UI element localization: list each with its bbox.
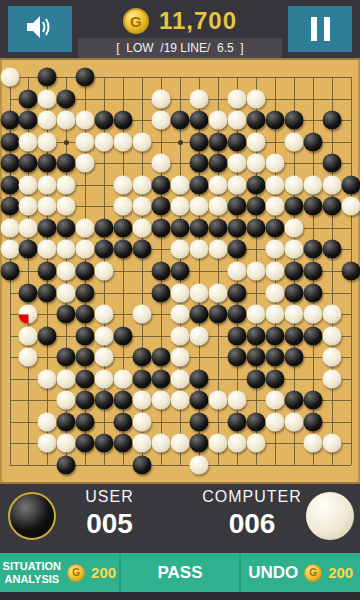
white-stone-r5c5 [76,154,95,173]
black-stone-r5c4 [57,154,76,173]
white-stone-r9c5 [76,240,95,259]
white-stone-r8c5 [76,218,95,237]
black-stone-r11c13 [227,283,246,302]
white-stone-r13c11 [190,326,209,345]
black-stone-r3c14 [246,111,265,130]
black-stone-r13c16 [284,326,303,345]
black-stone-r11c5 [76,283,95,302]
black-stone-r18c11 [190,434,209,453]
black-stone-r8c11 [190,218,209,237]
white-stone-r4c16 [284,132,303,151]
black-stone-r16c11 [190,391,209,410]
white-stone-r7c4 [57,197,76,216]
white-stone-r16c12 [208,391,227,410]
white-stone-r16c4 [57,391,76,410]
white-stone-r17c16 [284,412,303,431]
white-stone-r12c17 [303,305,322,324]
sound-button[interactable] [8,6,72,52]
black-stone-r18c7 [114,434,133,453]
black-stone-r3c7 [114,111,133,130]
black-stone-r8c6 [95,218,114,237]
white-stone-r5c15 [265,154,284,173]
white-stone-r15c10 [171,369,190,388]
speaker-icon [25,14,55,44]
black-stone-r15c14 [246,369,265,388]
white-stone-r2c3 [38,89,57,108]
grid-line [332,77,333,465]
white-stone-r6c12 [208,175,227,194]
white-stone-r7c10 [171,197,190,216]
white-stone-r2c14 [246,89,265,108]
coin-icon: G [123,8,149,34]
last-move-marker [19,314,29,324]
white-stone-r6c16 [284,175,303,194]
black-stone-r14c16 [284,348,303,367]
black-stone-r7c1 [0,197,19,216]
pause-button[interactable] [288,6,352,52]
white-stone-r2c13 [227,89,246,108]
white-stone-r6c10 [171,175,190,194]
white-stone-r16c15 [265,391,284,410]
white-stone-r8c2 [19,218,38,237]
black-stone-r3c11 [190,111,209,130]
white-stone-r12c16 [284,305,303,324]
black-stone-r5c1 [0,154,19,173]
computer-info: COMPUTER 006 [202,488,302,540]
white-stone-r18c14 [246,434,265,453]
black-stone-r11c16 [284,283,303,302]
pause-icon [311,17,330,41]
black-stone-r3c18 [322,111,341,130]
white-stone-r16c10 [171,391,190,410]
white-stone-r4c8 [133,132,152,151]
white-stone-r18c3 [38,434,57,453]
black-stone-r7c16 [284,197,303,216]
black-stone-r13c5 [76,326,95,345]
black-stone-r10c3 [38,261,57,280]
white-stone-r12c6 [95,305,114,324]
black-stone-r6c11 [190,175,209,194]
black-stone-r8c13 [227,218,246,237]
white-stone-r9c11 [190,240,209,259]
pass-button[interactable]: PASS [121,553,242,592]
white-stone-r15c3 [38,369,57,388]
white-stone-r7c3 [38,197,57,216]
white-stone-r14c6 [95,348,114,367]
white-stone-r9c16 [284,240,303,259]
black-stone-r10c17 [303,261,322,280]
black-stone-r7c9 [152,197,171,216]
white-stone-r3c4 [57,111,76,130]
white-stone-r10c6 [95,261,114,280]
white-stone-r6c4 [57,175,76,194]
white-stone-r7c8 [133,197,152,216]
situation-analysis-label: SITUATION ANALYSIS [3,560,61,585]
black-stone-r14c8 [133,348,152,367]
white-stone-r12c2 [19,305,38,324]
white-stone-r7c2 [19,197,38,216]
black-stone-r10c16 [284,261,303,280]
black-stone-r15c5 [76,369,95,388]
white-stone-r18c8 [133,434,152,453]
black-stone-r12c13 [227,305,246,324]
black-stone-r14c4 [57,348,76,367]
black-stone-r5c2 [19,154,38,173]
white-stone-r15c7 [114,369,133,388]
computer-score: 006 [229,508,276,540]
black-stone-r12c4 [57,305,76,324]
white-stone-r6c7 [114,175,133,194]
game-info-label: [ LOW /19 LINE/ 6.5 ] [78,38,282,58]
white-stone-r1c1 [0,68,19,87]
white-stone-r3c3 [38,111,57,130]
white-stone-r4c7 [114,132,133,151]
black-stone-r17c13 [227,412,246,431]
black-stone-r9c8 [133,240,152,259]
black-stone-r19c8 [133,455,152,474]
white-stone-r11c11 [190,283,209,302]
white-stone-r18c17 [303,434,322,453]
white-stone-r3c5 [76,111,95,130]
black-stone-r1c3 [38,68,57,87]
black-stone-r14c9 [152,348,171,367]
black-stone-r3c16 [284,111,303,130]
black-stone-r7c13 [227,197,246,216]
user-black-stone-icon [8,492,56,540]
white-stone-r6c15 [265,175,284,194]
black-stone-r11c17 [303,283,322,302]
computer-white-stone-icon [306,492,354,540]
black-stone-r10c5 [76,261,95,280]
white-stone-r17c8 [133,412,152,431]
white-stone-r11c12 [208,283,227,302]
coin-balance: 11,700 [159,7,237,35]
black-stone-r17c11 [190,412,209,431]
black-stone-r16c17 [303,391,322,410]
white-stone-r4c14 [246,132,265,151]
white-stone-r9c1 [0,240,19,259]
coin-icon: G [67,564,85,582]
black-stone-r12c5 [76,305,95,324]
black-stone-r4c11 [190,132,209,151]
white-stone-r10c14 [246,261,265,280]
white-stone-r12c18 [322,305,341,324]
white-stone-r13c2 [19,326,38,345]
black-stone-r9c2 [19,240,38,259]
black-stone-r11c2 [19,283,38,302]
black-stone-r14c5 [76,348,95,367]
white-stone-r7c11 [190,197,209,216]
black-stone-r8c4 [57,218,76,237]
black-stone-r8c7 [114,218,133,237]
black-stone-r4c1 [0,132,19,151]
white-stone-r11c15 [265,283,284,302]
bottom-nav-strip [0,592,360,600]
white-stone-r15c4 [57,369,76,388]
black-stone-r9c17 [303,240,322,259]
black-stone-r6c14 [246,175,265,194]
undo-label: UNDO [248,563,298,583]
black-stone-r9c6 [95,240,114,259]
black-stone-r8c14 [246,218,265,237]
black-stone-r10c10 [171,261,190,280]
white-stone-r16c8 [133,391,152,410]
black-stone-r8c15 [265,218,284,237]
black-stone-r16c5 [76,391,95,410]
white-stone-r19c11 [190,455,209,474]
white-stone-r7c7 [114,197,133,216]
black-stone-r19c4 [57,455,76,474]
user-label: USER [85,488,133,506]
white-stone-r4c6 [95,132,114,151]
black-stone-r9c18 [322,240,341,259]
black-stone-r11c9 [152,283,171,302]
black-stone-r10c1 [0,261,19,280]
white-stone-r6c2 [19,175,38,194]
black-stone-r5c3 [38,154,57,173]
black-stone-r4c12 [208,132,227,151]
black-stone-r3c2 [19,111,38,130]
star-point [178,140,183,145]
black-stone-r2c4 [57,89,76,108]
white-stone-r8c8 [133,218,152,237]
black-stone-r6c1 [0,175,19,194]
white-stone-r8c1 [0,218,19,237]
black-stone-r9c7 [114,240,133,259]
white-stone-r15c6 [95,369,114,388]
top-bar: G 11,700 [ LOW /19 LINE/ 6.5 ] [0,0,360,58]
balance-row: G 11,700 [80,4,280,38]
white-stone-r3c12 [208,111,227,130]
black-stone-r14c13 [227,348,246,367]
white-stone-r3c9 [152,111,171,130]
white-stone-r10c4 [57,261,76,280]
pass-label: PASS [157,563,202,583]
black-stone-r13c7 [114,326,133,345]
black-stone-r5c11 [190,154,209,173]
black-stone-r7c14 [246,197,265,216]
black-stone-r15c11 [190,369,209,388]
black-stone-r17c14 [246,412,265,431]
white-stone-r16c9 [152,391,171,410]
undo-cost: 200 [328,564,353,581]
black-stone-r17c4 [57,412,76,431]
white-stone-r17c15 [265,412,284,431]
star-point [64,140,69,145]
white-stone-r6c3 [38,175,57,194]
black-stone-r4c17 [303,132,322,151]
black-stone-r13c14 [246,326,265,345]
black-stone-r12c12 [208,305,227,324]
white-stone-r12c8 [133,305,152,324]
black-stone-r16c6 [95,391,114,410]
white-stone-r14c2 [19,348,38,367]
white-stone-r4c5 [76,132,95,151]
black-stone-r18c6 [95,434,114,453]
black-stone-r6c9 [152,175,171,194]
black-stone-r3c1 [0,111,19,130]
white-stone-r14c18 [322,348,341,367]
black-stone-r3c15 [265,111,284,130]
white-stone-r9c12 [208,240,227,259]
black-stone-r9c13 [227,240,246,259]
white-stone-r11c4 [57,283,76,302]
white-stone-r18c12 [208,434,227,453]
undo-button[interactable]: UNDO G 200 [241,553,360,592]
white-stone-r13c18 [322,326,341,345]
black-stone-r17c5 [76,412,95,431]
coin-icon: G [304,564,322,582]
black-stone-r8c9 [152,218,171,237]
white-stone-r8c16 [284,218,303,237]
black-stone-r7c17 [303,197,322,216]
black-stone-r14c14 [246,348,265,367]
go-app-screen: { "game": "go", "header": { "coin_letter… [0,0,360,600]
black-stone-r8c3 [38,218,57,237]
black-stone-r17c7 [114,412,133,431]
user-score: 005 [86,508,133,540]
white-stone-r13c10 [171,326,190,345]
white-stone-r9c15 [265,240,284,259]
black-stone-r2c2 [19,89,38,108]
go-board[interactable] [0,58,360,484]
white-stone-r18c9 [152,434,171,453]
black-stone-r3c6 [95,111,114,130]
white-stone-r10c15 [265,261,284,280]
black-stone-r1c5 [76,68,95,87]
white-stone-r9c3 [38,240,57,259]
black-stone-r13c17 [303,326,322,345]
white-stone-r6c17 [303,175,322,194]
user-info: USER 005 [62,488,157,540]
white-stone-r7c12 [208,197,227,216]
white-stone-r14c10 [171,348,190,367]
white-stone-r12c10 [171,305,190,324]
white-stone-r2c11 [190,89,209,108]
white-stone-r12c14 [246,305,265,324]
black-stone-r15c15 [265,369,284,388]
black-stone-r10c19 [341,261,360,280]
black-stone-r3c10 [171,111,190,130]
white-stone-r18c13 [227,434,246,453]
white-stone-r5c14 [246,154,265,173]
white-stone-r4c2 [19,132,38,151]
white-stone-r17c3 [38,412,57,431]
black-stone-r18c5 [76,434,95,453]
black-stone-r14c15 [265,348,284,367]
white-stone-r12c15 [265,305,284,324]
white-stone-r4c3 [38,132,57,151]
white-stone-r6c8 [133,175,152,194]
black-stone-r5c12 [208,154,227,173]
action-bar: SITUATION ANALYSIS G 200 PASS UNDO G 200 [0,553,360,592]
player-panel: USER 005 SET COMPUTER 006 [0,484,360,553]
white-stone-r10c13 [227,261,246,280]
white-stone-r18c10 [171,434,190,453]
black-stone-r13c13 [227,326,246,345]
black-stone-r16c7 [114,391,133,410]
white-stone-r18c18 [322,434,341,453]
white-stone-r9c10 [171,240,190,259]
black-stone-r7c18 [322,197,341,216]
black-stone-r15c8 [133,369,152,388]
black-stone-r4c13 [227,132,246,151]
computer-label: COMPUTER [202,488,302,506]
black-stone-r8c12 [208,218,227,237]
black-stone-r6c19 [341,175,360,194]
white-stone-r6c18 [322,175,341,194]
black-stone-r8c10 [171,218,190,237]
black-stone-r11c3 [38,283,57,302]
white-stone-r9c4 [57,240,76,259]
white-stone-r7c19 [341,197,360,216]
black-stone-r12c11 [190,305,209,324]
black-stone-r5c18 [322,154,341,173]
white-stone-r13c6 [95,326,114,345]
black-stone-r13c3 [38,326,57,345]
situation-analysis-cost: 200 [91,564,116,581]
black-stone-r15c9 [152,369,171,388]
white-stone-r15c18 [322,369,341,388]
white-stone-r5c13 [227,154,246,173]
white-stone-r18c4 [57,434,76,453]
white-stone-r6c13 [227,175,246,194]
black-stone-r17c17 [303,412,322,431]
situation-analysis-button[interactable]: SITUATION ANALYSIS G 200 [0,553,121,592]
black-stone-r13c15 [265,326,284,345]
white-stone-r5c9 [152,154,171,173]
black-stone-r16c16 [284,391,303,410]
white-stone-r3c13 [227,111,246,130]
white-stone-r11c10 [171,283,190,302]
white-stone-r7c15 [265,197,284,216]
white-stone-r16c13 [227,391,246,410]
white-stone-r2c9 [152,89,171,108]
black-stone-r10c9 [152,261,171,280]
